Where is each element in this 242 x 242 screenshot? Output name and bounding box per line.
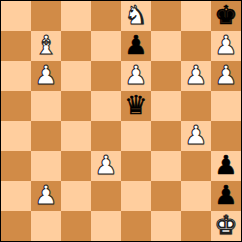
square-h1[interactable]: ♚ <box>211 211 241 241</box>
square-g4[interactable]: ♟ <box>181 121 211 151</box>
square-b2[interactable]: ♟ <box>31 181 61 211</box>
square-f2[interactable] <box>151 181 181 211</box>
square-f6[interactable] <box>151 61 181 91</box>
square-f1[interactable] <box>151 211 181 241</box>
square-h6[interactable]: ♟ <box>211 61 241 91</box>
square-a7[interactable] <box>1 31 31 61</box>
square-e7[interactable]: ♟ <box>121 31 151 61</box>
white-pawn: ♟ <box>184 122 207 148</box>
square-a6[interactable] <box>1 61 31 91</box>
square-d7[interactable] <box>91 31 121 61</box>
black-king: ♚ <box>214 2 237 28</box>
chess-board: ♞♚♝♟♟♟♟♟♟♛♟♟♟♟♟♚ <box>0 0 242 242</box>
square-c5[interactable] <box>61 91 91 121</box>
square-h5[interactable] <box>211 91 241 121</box>
square-h3[interactable]: ♟ <box>211 151 241 181</box>
square-c7[interactable] <box>61 31 91 61</box>
square-d2[interactable] <box>91 181 121 211</box>
square-g8[interactable] <box>181 1 211 31</box>
square-b6[interactable]: ♟ <box>31 61 61 91</box>
white-pawn: ♟ <box>214 62 237 88</box>
square-d8[interactable] <box>91 1 121 31</box>
square-d3[interactable]: ♟ <box>91 151 121 181</box>
black-pawn: ♟ <box>124 32 147 58</box>
white-knight: ♞ <box>124 2 147 28</box>
square-h4[interactable] <box>211 121 241 151</box>
square-d4[interactable] <box>91 121 121 151</box>
square-e8[interactable]: ♞ <box>121 1 151 31</box>
white-pawn: ♟ <box>124 62 147 88</box>
white-pawn: ♟ <box>34 62 57 88</box>
square-c8[interactable] <box>61 1 91 31</box>
square-a1[interactable] <box>1 211 31 241</box>
square-a3[interactable] <box>1 151 31 181</box>
square-h8[interactable]: ♚ <box>211 1 241 31</box>
square-d5[interactable] <box>91 91 121 121</box>
square-f7[interactable] <box>151 31 181 61</box>
square-f8[interactable] <box>151 1 181 31</box>
square-a2[interactable] <box>1 181 31 211</box>
square-f4[interactable] <box>151 121 181 151</box>
white-pawn: ♟ <box>214 32 237 58</box>
square-c1[interactable] <box>61 211 91 241</box>
square-e3[interactable] <box>121 151 151 181</box>
square-d1[interactable] <box>91 211 121 241</box>
square-f5[interactable] <box>151 91 181 121</box>
square-a8[interactable] <box>1 1 31 31</box>
white-king: ♚ <box>214 212 237 238</box>
square-d6[interactable] <box>91 61 121 91</box>
square-a4[interactable] <box>1 121 31 151</box>
square-e6[interactable]: ♟ <box>121 61 151 91</box>
square-b1[interactable] <box>31 211 61 241</box>
square-c2[interactable] <box>61 181 91 211</box>
square-c3[interactable] <box>61 151 91 181</box>
square-c6[interactable] <box>61 61 91 91</box>
square-a5[interactable] <box>1 91 31 121</box>
square-b4[interactable] <box>31 121 61 151</box>
square-b5[interactable] <box>31 91 61 121</box>
black-queen: ♛ <box>124 92 147 118</box>
square-g1[interactable] <box>181 211 211 241</box>
square-e5[interactable]: ♛ <box>121 91 151 121</box>
white-pawn: ♟ <box>34 182 57 208</box>
square-h7[interactable]: ♟ <box>211 31 241 61</box>
square-g6[interactable]: ♟ <box>181 61 211 91</box>
square-e4[interactable] <box>121 121 151 151</box>
square-b8[interactable] <box>31 1 61 31</box>
square-g3[interactable] <box>181 151 211 181</box>
white-pawn: ♟ <box>184 62 207 88</box>
square-b3[interactable] <box>31 151 61 181</box>
square-g5[interactable] <box>181 91 211 121</box>
white-bishop: ♝ <box>34 32 57 58</box>
square-c4[interactable] <box>61 121 91 151</box>
black-pawn: ♟ <box>214 152 237 178</box>
square-e1[interactable] <box>121 211 151 241</box>
square-e2[interactable] <box>121 181 151 211</box>
square-g2[interactable] <box>181 181 211 211</box>
square-g7[interactable] <box>181 31 211 61</box>
white-pawn: ♟ <box>94 152 117 178</box>
square-h2[interactable]: ♟ <box>211 181 241 211</box>
square-f3[interactable] <box>151 151 181 181</box>
square-b7[interactable]: ♝ <box>31 31 61 61</box>
black-pawn: ♟ <box>214 182 237 208</box>
